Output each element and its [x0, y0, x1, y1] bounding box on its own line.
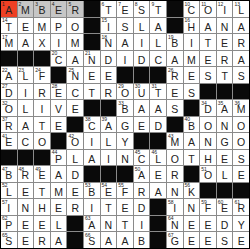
cell-letter: E — [38, 170, 45, 181]
black-square — [200, 84, 216, 100]
cell-letter: R — [237, 38, 245, 49]
cell-letter: B — [5, 170, 12, 181]
cell-r2c2[interactable]: E — [18, 18, 34, 34]
cell-r12c1[interactable]: 52L — [1, 183, 17, 199]
cell-r8c10[interactable]: D — [150, 117, 166, 133]
cell-r5c12[interactable]: E — [184, 67, 200, 83]
cell-r12c4[interactable]: M — [51, 183, 67, 199]
black-square — [1, 51, 17, 67]
cell-r8c3[interactable]: T — [34, 117, 50, 133]
cell-r10c6[interactable]: A — [84, 150, 100, 166]
cell-r6c3[interactable]: R — [34, 84, 50, 100]
cell-letter: E — [105, 71, 112, 82]
cell-r3c5[interactable]: M — [67, 34, 83, 50]
cell-r6c7[interactable]: R — [101, 84, 117, 100]
cell-r15c13[interactable]: E — [200, 232, 216, 248]
cell-r13c7[interactable]: T — [101, 199, 117, 215]
clue-number: 58 — [168, 200, 174, 205]
clue-number: 17 — [2, 35, 8, 40]
cell-r1c14[interactable]: 12I — [217, 1, 233, 17]
cell-r1c3[interactable]: 3B — [34, 1, 50, 17]
cell-r12c3[interactable]: T — [34, 183, 50, 199]
cell-letter: S — [88, 236, 95, 247]
cell-letter: S — [5, 236, 12, 247]
cell-r15c9[interactable]: B — [134, 232, 150, 248]
cell-letter: F — [122, 187, 128, 198]
cell-r2c8[interactable]: S — [117, 18, 133, 34]
cell-r15c7[interactable]: A — [101, 232, 117, 248]
cell-letter: I — [7, 203, 10, 214]
cell-letter: O — [171, 154, 179, 165]
cell-r7c9[interactable]: A — [134, 100, 150, 116]
cell-letter: A — [238, 22, 245, 33]
cell-letter: N — [171, 220, 179, 231]
cell-r2c13[interactable]: A — [200, 18, 216, 34]
cell-r1c2[interactable]: 2M — [18, 1, 34, 17]
cell-r15c15[interactable]: E — [233, 232, 249, 248]
cell-letter: M — [54, 187, 63, 198]
cell-r10c8[interactable]: N — [117, 150, 133, 166]
cell-r7c1[interactable]: 32O — [1, 100, 17, 116]
cell-r2c14[interactable]: N — [217, 18, 233, 34]
black-square — [117, 67, 133, 83]
cell-r10c5[interactable]: L — [67, 150, 83, 166]
cell-r10c7[interactable]: I — [101, 150, 117, 166]
cell-r3c3[interactable]: X — [34, 34, 50, 50]
cell-letter: O — [237, 121, 245, 132]
cell-r2c9[interactable]: L — [134, 18, 150, 34]
cell-r5c1[interactable]: 22A — [1, 67, 17, 83]
cell-r6c2[interactable]: I — [18, 84, 34, 100]
cell-r13c14[interactable]: 60E — [217, 199, 233, 215]
cell-r10c13[interactable]: H — [200, 150, 216, 166]
cell-r5c7[interactable]: E — [101, 67, 117, 83]
clue-number: 61 — [234, 200, 240, 205]
cell-r6c9[interactable]: 30U — [134, 84, 150, 100]
cell-r14c13[interactable]: E — [200, 216, 216, 232]
cell-letter: L — [56, 220, 62, 231]
cell-r7c8[interactable]: 33B — [117, 100, 133, 116]
cell-r11c5[interactable]: D — [67, 166, 83, 182]
cell-r2c5[interactable]: O — [67, 18, 83, 34]
cell-letter: O — [71, 137, 79, 148]
cell-r7c5[interactable]: E — [67, 100, 83, 116]
cell-letter: R — [5, 121, 13, 132]
clue-number: 4 — [52, 2, 55, 7]
cell-r14c4[interactable]: L — [51, 216, 67, 232]
cell-r3c9[interactable]: I — [134, 34, 150, 50]
cell-r4c7[interactable]: D — [101, 51, 117, 67]
cell-r1c7[interactable]: 6T — [101, 1, 117, 17]
cell-letter: B — [121, 104, 128, 115]
cell-r11c11[interactable]: R — [167, 166, 183, 182]
cell-letter: E — [204, 220, 211, 231]
cell-letter: E — [171, 88, 178, 99]
cell-r10c11[interactable]: O — [167, 150, 183, 166]
clue-number: 37 — [2, 117, 8, 122]
cell-letter: L — [6, 187, 12, 198]
cell-r11c1[interactable]: 47B — [1, 166, 17, 182]
black-square — [84, 166, 100, 182]
black-square — [167, 18, 183, 34]
cell-r7c2[interactable]: L — [18, 100, 34, 116]
cell-r12c2[interactable]: E — [18, 183, 34, 199]
cell-r13c8[interactable]: E — [117, 199, 133, 215]
cell-letter: D — [204, 104, 212, 115]
cell-r8c8[interactable]: G — [117, 117, 133, 133]
clue-number: 16 — [185, 18, 191, 23]
cell-r6c11[interactable]: E — [167, 84, 183, 100]
cell-letter: N — [221, 121, 229, 132]
cell-r9c3[interactable]: O — [34, 133, 50, 149]
cell-r7c11[interactable]: S — [167, 100, 183, 116]
cell-letter: I — [107, 154, 110, 165]
cell-r8c7[interactable]: 39A — [101, 117, 117, 133]
cell-r9c1[interactable]: 41E — [1, 133, 17, 149]
cell-r2c15[interactable]: A — [233, 18, 249, 34]
cell-r4c13[interactable]: E — [200, 51, 216, 67]
cell-letter: E — [22, 220, 29, 231]
cell-letter: H — [204, 154, 212, 165]
clue-number: 39 — [102, 117, 108, 122]
cell-r10c4[interactable]: 44P — [51, 150, 67, 166]
black-square — [67, 232, 83, 248]
clue-number: 18 — [102, 35, 108, 40]
cell-letter: C — [71, 88, 79, 99]
cell-r13c6[interactable]: I — [84, 199, 100, 215]
cell-r14c7[interactable]: N — [101, 216, 117, 232]
cell-r12c11[interactable]: N — [167, 183, 183, 199]
clue-number: 42 — [68, 134, 74, 139]
cell-letter: R — [237, 203, 245, 214]
cell-r9c2[interactable]: C — [18, 133, 34, 149]
cell-r6c10[interactable]: 31T — [150, 84, 166, 100]
clue-number: 27 — [2, 84, 8, 89]
cell-r9c5[interactable]: 42O — [67, 133, 83, 149]
cell-letter: E — [22, 187, 29, 198]
cell-r7c13[interactable]: 34D — [200, 100, 216, 116]
cell-r13c13[interactable]: 59F — [200, 199, 216, 215]
cell-r8c4[interactable]: E — [51, 117, 67, 133]
cell-r13c9[interactable]: D — [134, 199, 150, 215]
cell-r7c14[interactable]: 35A — [217, 100, 233, 116]
cell-r8c15[interactable]: O — [233, 117, 249, 133]
cell-letter: L — [222, 170, 228, 181]
black-square — [150, 232, 166, 248]
clue-number: 47 — [2, 167, 8, 172]
cell-r3c12[interactable]: I — [184, 34, 200, 50]
cell-letter: N — [105, 220, 113, 231]
cell-letter: H — [38, 203, 46, 214]
cell-r13c4[interactable]: E — [51, 199, 67, 215]
cell-letter: N — [22, 203, 30, 214]
cell-r9c14[interactable]: G — [217, 133, 233, 149]
cell-r11c14[interactable]: L — [217, 166, 233, 182]
cell-letter: T — [39, 121, 45, 132]
cell-r13c2[interactable]: N — [18, 199, 34, 215]
cell-r4c12[interactable]: M — [184, 51, 200, 67]
cell-r6c12[interactable]: S — [184, 84, 200, 100]
cell-r5c3[interactable]: 24F — [34, 67, 50, 83]
cell-r2c1[interactable]: 14T — [1, 18, 17, 34]
cell-r3c10[interactable]: L — [150, 34, 166, 50]
cell-r11c4[interactable]: A — [51, 166, 67, 182]
cell-r14c3[interactable]: E — [34, 216, 50, 232]
cell-letter: A — [238, 55, 245, 66]
cell-letter: A — [138, 170, 145, 181]
cell-r6c1[interactable]: 27D — [1, 84, 17, 100]
cell-r1c1[interactable]: 1A — [1, 1, 17, 17]
cell-r3c1[interactable]: 17M — [1, 34, 17, 50]
cell-r11c10[interactable]: E — [150, 166, 166, 182]
cell-r8c14[interactable]: N — [217, 117, 233, 133]
black-square — [101, 100, 117, 116]
black-square — [150, 67, 166, 83]
cell-r4c10[interactable]: C — [150, 51, 166, 67]
clue-number: 10 — [185, 2, 191, 7]
cell-r10c14[interactable]: E — [217, 150, 233, 166]
cell-letter: E — [188, 71, 195, 82]
cell-letter: E — [88, 71, 95, 82]
cell-letter: E — [22, 236, 29, 247]
cell-r15c2[interactable]: E — [18, 232, 34, 248]
cell-r14c14[interactable]: D — [217, 216, 233, 232]
cell-r2c4[interactable]: P — [51, 18, 67, 34]
cell-r8c9[interactable]: E — [134, 117, 150, 133]
black-square — [117, 166, 133, 182]
cell-r3c2[interactable]: A — [18, 34, 34, 50]
cell-r12c8[interactable]: 55F — [117, 183, 133, 199]
cell-letter: O — [5, 104, 13, 115]
cell-letter: C — [22, 137, 30, 148]
cell-letter: I — [124, 55, 127, 66]
cell-r15c12[interactable]: E — [184, 232, 200, 248]
cell-r8c12[interactable]: 40B — [184, 117, 200, 133]
cell-letter: K — [188, 187, 195, 198]
cell-r14c2[interactable]: E — [18, 216, 34, 232]
cell-r1c13[interactable]: 11O — [200, 1, 216, 17]
cell-r5c2[interactable]: 23L — [18, 67, 34, 83]
clue-number: 13 — [234, 2, 240, 7]
cell-r15c8[interactable]: A — [117, 232, 133, 248]
cell-r7c3[interactable]: I — [34, 100, 50, 116]
cell-letter: D — [138, 55, 146, 66]
cell-r12c9[interactable]: R — [134, 183, 150, 199]
cell-letter: E — [72, 104, 79, 115]
cell-r7c10[interactable]: A — [150, 100, 166, 116]
cell-r12c12[interactable]: 56K — [184, 183, 200, 199]
cell-r10c15[interactable]: S — [233, 150, 249, 166]
cell-r2c3[interactable]: M — [34, 18, 50, 34]
cell-r11c2[interactable]: 48R — [18, 166, 34, 182]
cell-r11c9[interactable]: 50A — [134, 166, 150, 182]
cell-letter: C — [88, 121, 96, 132]
cell-letter: I — [57, 38, 60, 49]
cell-letter: G — [121, 121, 129, 132]
cell-letter: T — [89, 88, 95, 99]
cell-r11c3[interactable]: 49E — [34, 166, 50, 182]
cell-r1c8[interactable]: 7E — [117, 1, 133, 17]
cell-r1c4[interactable]: 4E — [51, 1, 67, 17]
cell-r11c15[interactable]: E — [233, 166, 249, 182]
cell-letter: I — [223, 5, 226, 16]
clue-number: 48 — [19, 167, 25, 172]
cell-r5c15[interactable]: S — [233, 67, 249, 83]
black-square — [84, 100, 100, 116]
cell-r6c8[interactable]: 29O — [117, 84, 133, 100]
cell-r4c4[interactable]: 20C — [51, 51, 67, 67]
cell-r11c13[interactable]: 51O — [200, 166, 216, 182]
cell-r3c4[interactable]: I — [51, 34, 67, 50]
cell-r6c5[interactable]: C — [67, 84, 83, 100]
cell-r9c7[interactable]: L — [101, 133, 117, 149]
cell-r9c6[interactable]: I — [84, 133, 100, 149]
clue-number: 53 — [85, 183, 91, 188]
cell-letter: N — [71, 71, 79, 82]
cell-letter: E — [121, 203, 128, 214]
cell-r3c13[interactable]: T — [200, 34, 216, 50]
cell-letter: N — [221, 22, 229, 33]
cell-r10c12[interactable]: T — [184, 150, 200, 166]
clue-number: 8 — [135, 2, 138, 7]
cell-r14c8[interactable]: T — [117, 216, 133, 232]
cell-letter: A — [188, 137, 195, 148]
cell-letter: I — [24, 88, 27, 99]
cell-r1c12[interactable]: 10C — [184, 1, 200, 17]
cell-letter: E — [238, 236, 245, 247]
cell-letter: B — [171, 38, 178, 49]
cell-letter: L — [139, 22, 145, 33]
cell-r6c6[interactable]: T — [84, 84, 100, 100]
cell-r1c15[interactable]: 13L — [233, 1, 249, 17]
cell-r5c11[interactable]: 26R — [167, 67, 183, 83]
cell-r9c15[interactable]: O — [233, 133, 249, 149]
cell-r5c13[interactable]: S — [200, 67, 216, 83]
cell-letter: A — [72, 55, 79, 66]
cell-r9c13[interactable]: N — [200, 133, 216, 149]
cell-r12c6[interactable]: 53B — [84, 183, 100, 199]
cell-r13c12[interactable]: N — [184, 199, 200, 215]
cell-letter: A — [155, 104, 162, 115]
cell-letter: M — [21, 5, 30, 16]
cell-r1c10[interactable]: 9T — [150, 1, 166, 17]
cell-letter: O — [204, 170, 212, 181]
cell-letter: E — [238, 170, 245, 181]
cell-r7c15[interactable]: 36M — [233, 100, 249, 116]
cell-r7c4[interactable]: V — [51, 100, 67, 116]
cell-letter: H — [188, 22, 196, 33]
clue-number: 40 — [185, 117, 191, 122]
cell-letter: M — [71, 38, 80, 49]
cell-letter: A — [88, 154, 95, 165]
cell-r9c8[interactable]: Y — [117, 133, 133, 149]
cell-r3c8[interactable]: A — [117, 34, 133, 50]
cell-r10c9[interactable]: 45C — [134, 150, 150, 166]
cell-r15c14[interactable]: S — [217, 232, 233, 248]
cell-r4c9[interactable]: D — [134, 51, 150, 67]
cell-letter: N — [171, 187, 179, 198]
cell-r8c2[interactable]: A — [18, 117, 34, 133]
cell-letter: S — [121, 22, 128, 33]
cell-letter: F — [39, 71, 45, 82]
cell-r5c6[interactable]: E — [84, 67, 100, 83]
cell-letter: M — [4, 38, 13, 49]
cell-r3c11[interactable]: 19B — [167, 34, 183, 50]
cell-r15c4[interactable]: A — [51, 232, 67, 248]
cell-r14c11[interactable]: 64N — [167, 216, 183, 232]
cell-r15c11[interactable]: 67G — [167, 232, 183, 248]
cell-r14c9[interactable]: I — [134, 216, 150, 232]
cell-r6c4[interactable]: 28E — [51, 84, 67, 100]
cell-r2c10[interactable]: A — [150, 18, 166, 34]
cell-r13c15[interactable]: 61R — [233, 199, 249, 215]
cell-letter: O — [38, 137, 46, 148]
cell-r13c11[interactable]: 58I — [167, 199, 183, 215]
cell-r4c8[interactable]: I — [117, 51, 133, 67]
cell-letter: O — [71, 22, 79, 33]
cell-r14c1[interactable]: 62P — [1, 216, 17, 232]
clue-number: 66 — [85, 233, 91, 238]
cell-r10c10[interactable]: 46L — [150, 150, 166, 166]
cell-r1c9[interactable]: 8S — [134, 1, 150, 17]
cell-r8c6[interactable]: 38C — [84, 117, 100, 133]
cell-r4c5[interactable]: A — [67, 51, 83, 67]
cell-letter: A — [22, 121, 29, 132]
cell-r13c5[interactable]: R — [67, 199, 83, 215]
cell-r15c3[interactable]: R — [34, 232, 50, 248]
cell-r8c1[interactable]: 37R — [1, 117, 17, 133]
cell-r2c12[interactable]: 16H — [184, 18, 200, 34]
cell-letter: V — [55, 104, 62, 115]
cell-r2c7[interactable]: 15I — [101, 18, 117, 34]
cell-r13c1[interactable]: 57I — [1, 199, 17, 215]
cell-r4c11[interactable]: A — [167, 51, 183, 67]
cell-r14c12[interactable]: E — [184, 216, 200, 232]
cell-r5c14[interactable]: T — [217, 67, 233, 83]
clue-number: 62 — [2, 216, 8, 221]
cell-r13c3[interactable]: H — [34, 199, 50, 215]
black-square — [233, 183, 249, 199]
cell-r1c5[interactable]: 5R — [67, 1, 83, 17]
cell-r4c15[interactable]: A — [233, 51, 249, 67]
cell-r12c10[interactable]: A — [150, 183, 166, 199]
cell-r3c7[interactable]: 18N — [101, 34, 117, 50]
cell-r15c6[interactable]: 66S — [84, 232, 100, 248]
cell-r4c14[interactable]: R — [217, 51, 233, 67]
cell-letter: A — [121, 38, 128, 49]
cell-letter: R — [138, 187, 146, 198]
cell-r4c6[interactable]: 21N — [84, 51, 100, 67]
cell-r14c6[interactable]: 63A — [84, 216, 100, 232]
cell-letter: L — [155, 154, 161, 165]
clue-number: 26 — [168, 68, 174, 73]
clue-number: 65 — [2, 233, 8, 238]
cell-r5c5[interactable]: 25N — [67, 67, 83, 83]
cell-r12c5[interactable]: E — [67, 183, 83, 199]
cell-r3c14[interactable]: E — [217, 34, 233, 50]
cell-r12c7[interactable]: 54E — [101, 183, 117, 199]
cell-r15c1[interactable]: 65S — [1, 232, 17, 248]
cell-r8c13[interactable]: O — [200, 117, 216, 133]
cell-r9c12[interactable]: A — [184, 133, 200, 149]
cell-r9c11[interactable]: 43M — [167, 133, 183, 149]
cell-letter: R — [71, 203, 79, 214]
cell-r3c15[interactable]: R — [233, 34, 249, 50]
cell-r14c15[interactable]: Y — [233, 216, 249, 232]
clue-number: 64 — [168, 216, 174, 221]
cell-letter: M — [170, 137, 179, 148]
clue-number: 22 — [2, 68, 8, 73]
